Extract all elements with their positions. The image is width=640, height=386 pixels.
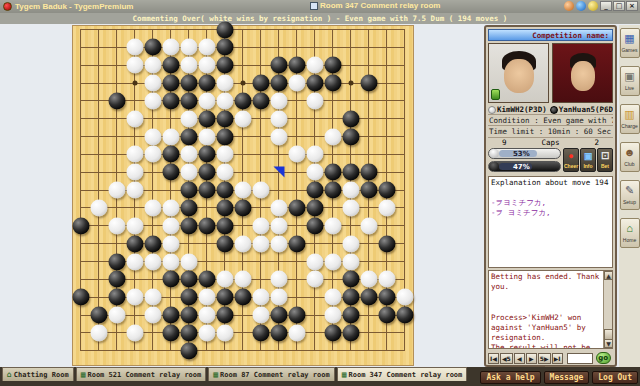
black-stone [306,75,323,92]
white-stone [198,307,215,324]
white-stone [270,92,287,109]
white-stone [270,110,287,127]
white-stone [216,324,233,341]
black-stone [180,182,197,199]
white-stone [198,39,215,56]
black-stone [378,182,395,199]
black-stone [288,57,305,74]
white-stone [216,164,233,181]
player-photos [488,43,613,103]
white-stone [126,146,143,163]
scroll-down-icon[interactable]: ▼ [604,339,613,348]
go-button[interactable]: go [596,352,611,364]
move-number-input[interactable] [567,353,593,364]
black-stone [378,289,395,306]
nav-button-back[interactable]: ◀ [514,353,525,364]
ask-a-help-button[interactable]: Ask a help [480,371,540,384]
bet-icon: ⚀ [598,149,612,163]
sidebar-club-button[interactable]: ☻Club [620,142,640,172]
tab-label: Room 521 Comment relay room [87,371,201,379]
black-stone [252,92,269,109]
white-stone [216,92,233,109]
black-stone [180,271,197,288]
white-stone [378,200,395,217]
white-stone [144,92,161,109]
white-stone [144,253,161,270]
window-title: Tygem Baduk - TygemPremium [15,2,133,11]
white-bet-bar: 53% [488,148,561,159]
star-point [132,81,137,86]
nav-button-last[interactable]: ▶I [552,353,563,364]
sidebar-live-button[interactable]: ▣Live [620,66,640,96]
black-stone [180,75,197,92]
black-stone [342,128,359,145]
white-stone [288,146,305,163]
tab-icon: ▦ [342,370,347,379]
black-player-face [571,61,595,91]
white-stone [324,128,341,145]
tab-icon: ▦ [213,370,218,379]
white-player-name: KimWH2(P3D) [497,105,547,114]
black-stone-icon [550,106,558,114]
white-stone [324,289,341,306]
white-stone [234,235,251,252]
info-icon: ▣ [581,149,595,163]
nav-button-fwd[interactable]: ▶ [526,353,537,364]
black-stone [216,182,233,199]
game-info-panel: Competition name: KimWH2(P3D) YanHuan5(P… [484,25,617,367]
close-button[interactable]: × [626,1,638,11]
white-stone [126,57,143,74]
white-stone [180,110,197,127]
nav-button-fwd5[interactable]: 5▶ [538,353,551,364]
sidebar-home-button[interactable]: ⌂Home [620,218,640,248]
black-stone [216,235,233,252]
white-stone [198,92,215,109]
black-stone [396,307,413,324]
black-player-name-wrap: YanHuan5(P6D [550,105,613,114]
black-stone [252,75,269,92]
white-captures: 9 [502,138,507,147]
white-stone [270,289,287,306]
white-stone [252,307,269,324]
betting-bars-zone: 53% 47% ●Cheer▣Info⚀Bet [488,148,613,174]
black-stone [216,307,233,324]
black-stone [180,128,197,145]
black-stone [270,57,287,74]
explanation-lines: -ヲヨミチフカ,-ヲ ヨミチフカ, [491,188,610,218]
white-stone [306,164,323,181]
app-window: Tygem Baduk - TygemPremium Room 347 Comm… [0,0,640,386]
app-icon [3,2,12,11]
player-names-row: KimWH2(P3D) YanHuan5(P6D [488,105,613,114]
black-stone [198,146,215,163]
black-stone [180,342,197,359]
white-stone [162,128,179,145]
nav-button-first[interactable]: I◀ [488,353,499,364]
black-stone [216,39,233,56]
white-stone [252,217,269,234]
cheer-info-bet-buttons: ●Cheer▣Info⚀Bet [563,148,613,174]
black-stone [162,75,179,92]
black-stone [306,200,323,217]
room-tab[interactable]: ▦Room 347 Comment relay room [337,367,468,381]
bet-button[interactable]: ⚀Bet [597,148,613,172]
room-title: Room 347 Comment relay room [320,1,440,10]
black-captures: 2 [594,138,599,147]
tab-label: Chatting Room [14,371,69,379]
tab-icon: ▦ [81,370,86,379]
white-stone [198,289,215,306]
right-icon-bar: ▦Games▣Live▥Charge☻Club✎Setup⌂Home [619,25,640,367]
black-stone [324,57,341,74]
white-stone [126,182,143,199]
go-board[interactable] [72,25,414,366]
tab-icon: ⌂ [7,370,12,379]
black-stone [324,75,341,92]
white-stone [180,253,197,270]
black-stone [216,200,233,217]
white-stone [162,200,179,217]
black-stone [90,307,107,324]
white-stone [180,164,197,181]
white-stone [144,289,161,306]
white-stone [162,253,179,270]
white-stone [108,307,125,324]
tab-label: Room 347 Comment relay room [348,371,462,379]
white-stone [324,217,341,234]
black-stone [342,324,359,341]
black-stone [324,324,341,341]
white-stone [198,324,215,341]
white-stone [162,235,179,252]
status-subtitle: Commenting Over( white wins by resignati… [0,13,640,24]
black-bar-stone-icon [490,162,499,171]
black-stone [216,128,233,145]
black-stone [234,92,251,109]
room-tab[interactable]: ▦Room 87 Comment relay room [208,367,334,381]
white-stone [126,324,143,341]
black-stone [162,307,179,324]
board-grid [80,29,405,351]
white-stone [108,217,125,234]
black-stone [162,324,179,341]
black-stone [162,271,179,288]
window-controls: _ □ × [600,1,638,11]
home-icon: ⌂ [621,219,639,237]
black-stone [180,92,197,109]
white-stone [234,182,251,199]
minimize-button[interactable]: _ [600,1,612,11]
white-stone [126,253,143,270]
black-stone [198,164,215,181]
black-stone [270,307,287,324]
room-icon [310,2,318,10]
black-stone [324,182,341,199]
white-stone [126,39,143,56]
white-stone [396,289,413,306]
time-limit-line: Time limit : 10min : 60 Sec / [488,125,613,136]
black-bet-percent: 47% [513,163,530,171]
black-stone [162,164,179,181]
white-bet-percent: 53% [513,150,530,158]
sidebar-charge-button[interactable]: ▥Charge [620,104,640,134]
black-stone [306,217,323,234]
white-stone [234,110,251,127]
black-bet-bar: 47% [488,161,561,172]
maximize-button[interactable]: □ [613,1,625,11]
bulb-icon[interactable] [588,1,598,11]
tab-label: Room 87 Comment relay room [220,371,330,379]
white-player-photo [488,43,549,103]
black-stone [162,146,179,163]
chat-lines: Betting has ended. Thankyou.Process>'Kim… [491,272,602,349]
charge-icon: ▥ [621,105,639,123]
black-stone [108,271,125,288]
star-point [348,81,353,86]
white-stone [126,289,143,306]
white-stone [342,235,359,252]
black-stone [162,92,179,109]
white-stone [306,92,323,109]
globe-icon[interactable] [576,1,586,11]
white-stone [252,289,269,306]
white-stone [360,271,377,288]
title-bar: Tygem Baduk - TygemPremium Room 347 Comm… [0,0,640,13]
black-stone [324,164,341,181]
black-stone [144,39,161,56]
black-stone [306,182,323,199]
white-stone [342,200,359,217]
club-icon: ☻ [621,143,639,161]
room-title-wrap: Room 347 Comment relay room [310,1,440,10]
bottom-bar: ⌂Chatting Room▦Room 521 Comment relay ro… [0,367,640,386]
black-stone [108,92,125,109]
white-stone [306,253,323,270]
sidebar-setup-button[interactable]: ✎Setup [620,180,640,210]
white-stone [252,182,269,199]
black-stone [198,217,215,234]
move-nav-row: I◀◀5◀▶5▶▶Igo [488,352,613,364]
competition-header: Competition name: [488,29,613,41]
black-stone [378,235,395,252]
black-stone [216,57,233,74]
room-tab[interactable]: ⌂Chatting Room [2,367,74,381]
star-point [240,81,245,86]
black-stone [144,235,161,252]
white-stone [324,307,341,324]
black-stone [198,75,215,92]
black-stone [108,289,125,306]
white-stone [324,253,341,270]
white-stone [144,146,161,163]
white-stone [288,324,305,341]
white-stone [288,75,305,92]
bottom-right-buttons: Ask a helpMessageLog Out [480,371,638,384]
white-stone [342,253,359,270]
white-stone [342,182,359,199]
black-stone [342,110,359,127]
explanation-box[interactable]: Explanation about move 194 -ヲヨミチフカ,-ヲ ヨミ… [488,176,613,268]
scroll-up-icon[interactable]: ▲ [604,271,613,280]
white-stone-icon [488,106,496,114]
message-button[interactable]: Message [544,371,590,384]
black-stone [216,110,233,127]
black-stone [126,235,143,252]
black-stone [180,217,197,234]
black-stone [180,289,197,306]
sprout-badge-icon [491,89,500,100]
white-stone [360,217,377,234]
black-stone [72,217,89,234]
black-stone [360,164,377,181]
black-stone [180,324,197,341]
black-player-name: YanHuan5(P6D [559,105,613,114]
white-player-face [504,59,534,93]
black-stone [342,307,359,324]
paint-icon[interactable] [564,1,574,11]
chat-box[interactable]: Betting has ended. Thankyou.Process>'Kim… [488,270,613,349]
titlebar-icons [564,1,598,11]
games-icon: ▦ [621,29,639,47]
black-stone [72,289,89,306]
white-stone [198,128,215,145]
room-tab[interactable]: ▦Room 521 Comment relay room [76,367,207,381]
white-stone [108,182,125,199]
black-stone [198,271,215,288]
black-stone [360,182,377,199]
cheer-icon: ● [564,149,578,163]
black-stone [198,182,215,199]
white-stone [144,75,161,92]
black-stone [216,217,233,234]
white-stone [180,39,197,56]
black-stone [216,21,233,38]
white-stone [270,128,287,145]
white-stone [198,57,215,74]
white-stone [270,217,287,234]
betting-bars: 53% 47% [488,148,561,174]
black-stone [234,200,251,217]
room-tabs: ⌂Chatting Room▦Room 521 Comment relay ro… [0,367,467,381]
white-stone [378,271,395,288]
white-stone [216,146,233,163]
setup-icon: ✎ [621,181,639,199]
explanation-title: Explanation about move 194 [491,178,610,188]
white-stone [270,235,287,252]
white-stone [270,200,287,217]
black-stone [216,289,233,306]
black-stone [360,75,377,92]
white-stone [126,110,143,127]
captures-label: Caps [541,138,559,147]
last-move-marker-icon [273,167,284,178]
black-stone [108,253,125,270]
white-stone [90,200,107,217]
white-stone [144,57,161,74]
black-stone [288,307,305,324]
white-stone [180,57,197,74]
white-stone [180,146,197,163]
black-stone [342,164,359,181]
white-stone [162,217,179,234]
white-bar-stone-icon [490,149,499,158]
white-stone [144,128,161,145]
info-button[interactable]: ▣Info [580,148,596,172]
white-stone [144,200,161,217]
black-stone [180,200,197,217]
cheer-button[interactable]: ●Cheer [563,148,579,172]
white-stone [306,271,323,288]
black-stone [378,307,395,324]
white-stone [126,217,143,234]
black-stone [342,271,359,288]
sidebar-games-button[interactable]: ▦Games [620,28,640,58]
white-player-name-wrap: KimWH2(P3D) [488,105,547,114]
white-stone [216,271,233,288]
condition-line: Condition : Even game with 7.5 D [488,114,613,125]
white-stone [216,75,233,92]
black-player-photo [552,43,613,103]
black-stone [270,75,287,92]
black-stone [288,235,305,252]
black-stone [162,57,179,74]
white-stone [252,235,269,252]
black-stone [198,110,215,127]
black-stone [288,200,305,217]
white-stone [90,324,107,341]
white-stone [162,39,179,56]
white-stone [306,57,323,74]
captures-row: 9 Caps 2 [488,137,613,147]
black-stone [252,324,269,341]
nav-button-back5[interactable]: ◀5 [500,353,513,364]
white-stone [270,271,287,288]
white-stone [306,146,323,163]
chat-scrollbar[interactable]: ▲ ▼ [603,271,612,348]
live-icon: ▣ [621,67,639,85]
black-stone [270,324,287,341]
black-stone [342,289,359,306]
white-stone [234,271,251,288]
black-stone [360,289,377,306]
white-stone [126,164,143,181]
white-stone [144,307,161,324]
log-out-button[interactable]: Log Out [592,371,638,384]
black-stone [180,307,197,324]
black-stone [234,289,251,306]
